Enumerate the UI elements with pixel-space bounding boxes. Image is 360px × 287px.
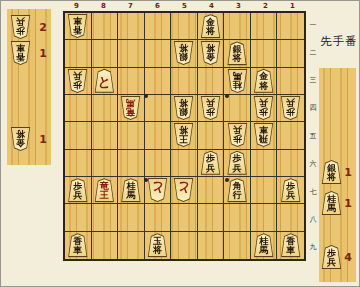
board-cell-1三[interactable] (277, 68, 304, 95)
sente-piece-金将[interactable]: 金将 (253, 69, 274, 93)
piece-kanji: と (94, 69, 115, 93)
piece-kanji: 玉将 (147, 233, 168, 257)
board-cell-7一[interactable] (118, 13, 145, 40)
rank-label-九: 九 (306, 233, 320, 261)
sente-hand-桂馬[interactable]: 桂馬1 (319, 191, 356, 215)
piece-kanji: 香車 (280, 233, 301, 257)
board-cell-9四[interactable] (65, 95, 92, 122)
rank-label-七: 七 (306, 178, 320, 206)
piece-kanji: 桂馬 (321, 191, 342, 215)
piece-kanji: 金将 (253, 69, 274, 93)
piece-kanji: 歩兵 (280, 96, 301, 120)
board-cell-6五[interactable] (145, 122, 172, 149)
gote-piece-香車[interactable]: 香車 (10, 41, 31, 65)
piece-kanji: 歩兵 (280, 178, 301, 202)
board-cell-6四[interactable] (145, 95, 172, 122)
board-cell-8四[interactable] (92, 95, 119, 122)
gote-hand-tray: 歩兵2香車1金将1 (7, 9, 51, 165)
board-cell-1六[interactable] (277, 150, 304, 177)
gote-piece-歩兵[interactable]: 歩兵 (280, 96, 301, 120)
file-label-4: 4 (198, 1, 225, 11)
piece-kanji: 飛車 (253, 123, 274, 147)
sente-piece-銀将[interactable]: 銀将 (227, 41, 248, 65)
piece-kanji: 銀将 (173, 96, 194, 120)
gote-piece-王将[interactable]: 王将 (173, 123, 194, 147)
board-cell-5八[interactable] (171, 204, 198, 231)
board-cell-9八[interactable] (65, 204, 92, 231)
board-cell-7三[interactable] (118, 68, 145, 95)
board-cell-2五[interactable]: 飛車 (251, 122, 278, 149)
piece-kanji: 歩兵 (67, 69, 88, 93)
board-cell-2九[interactable]: 桂馬 (251, 232, 278, 259)
hoshi-dot (225, 94, 229, 98)
board-cell-4四[interactable]: 歩兵 (198, 95, 225, 122)
sente-piece-桂馬[interactable]: 桂馬 (120, 178, 141, 202)
board-cell-7七[interactable]: 桂馬 (118, 177, 145, 204)
board-cell-1八[interactable] (277, 204, 304, 231)
piece-kanji: 歩兵 (67, 178, 88, 202)
gote-piece-銀将[interactable]: 銀将 (173, 41, 194, 65)
board-cell-6六[interactable] (145, 150, 172, 177)
file-label-1: 1 (279, 1, 306, 11)
piece-kanji: 香車 (67, 233, 88, 257)
sente-piece-歩兵[interactable]: 歩兵 (67, 178, 88, 202)
gote-piece-竜馬[interactable]: 竜馬 (120, 96, 141, 120)
board-cell-3二[interactable]: 銀将 (224, 40, 251, 67)
piece-kanji: 香車 (10, 41, 31, 65)
gote-piece-歩兵[interactable]: 歩兵 (10, 15, 31, 39)
board-cell-9二[interactable] (65, 40, 92, 67)
board-cell-8七[interactable]: 竜王 (92, 177, 119, 204)
board-cell-2一[interactable] (251, 13, 278, 40)
board-cell-2六[interactable] (251, 150, 278, 177)
sente-hand-count-銀将: 1 (344, 166, 356, 179)
board-cell-3五[interactable]: 歩兵 (224, 122, 251, 149)
sente-piece-歩兵[interactable]: 歩兵 (227, 151, 248, 175)
gote-piece-歩兵[interactable]: 歩兵 (227, 123, 248, 147)
gote-piece-と[interactable]: と (173, 178, 194, 202)
board-cell-8一[interactable] (92, 13, 119, 40)
board-cell-5六[interactable] (171, 150, 198, 177)
board-cell-5七[interactable]: と (171, 177, 198, 204)
rank-label-四: 四 (306, 94, 320, 122)
board-cell-3三[interactable]: 桂馬 (224, 68, 251, 95)
board-cell-9一[interactable]: 香車 (65, 13, 92, 40)
gote-piece-桂馬[interactable]: 桂馬 (227, 69, 248, 93)
gote-hand-count-歩兵: 2 (39, 21, 51, 34)
board-cell-4五[interactable] (198, 122, 225, 149)
board-cell-6九[interactable]: 玉将 (145, 232, 172, 259)
sente-piece-と[interactable]: と (94, 69, 115, 93)
board-cell-8六[interactable] (92, 150, 119, 177)
sente-hand-銀将[interactable]: 銀将1 (319, 160, 356, 184)
piece-kanji: 金将 (200, 41, 221, 65)
sente-hand-歩兵[interactable]: 歩兵4 (319, 245, 356, 269)
piece-kanji: と (173, 178, 194, 202)
hoshi-dot (144, 178, 148, 182)
board-cell-4七[interactable] (198, 177, 225, 204)
rank-label-三: 三 (306, 67, 320, 95)
board-cell-1四[interactable]: 歩兵 (277, 95, 304, 122)
piece-kanji: 金将 (200, 14, 221, 38)
board-cell-5三[interactable] (171, 68, 198, 95)
gote-piece-歩兵[interactable]: 歩兵 (253, 96, 274, 120)
board-cell-9三[interactable]: 歩兵 (65, 68, 92, 95)
gote-hand-count-金将: 1 (39, 133, 51, 146)
board-cell-5五[interactable]: 王将 (171, 122, 198, 149)
board-cell-3一[interactable] (224, 13, 251, 40)
sente-piece-香車[interactable]: 香車 (280, 233, 301, 257)
sente-hand-count-桂馬: 1 (344, 197, 356, 210)
board-cell-9七[interactable]: 歩兵 (65, 177, 92, 204)
board-cell-6八[interactable] (145, 204, 172, 231)
board-cell-7二[interactable] (118, 40, 145, 67)
piece-kanji: 金将 (10, 127, 31, 151)
piece-kanji: 竜馬 (120, 96, 141, 120)
gote-piece-香車[interactable]: 香車 (67, 14, 88, 38)
board-cell-5四[interactable]: 銀将 (171, 95, 198, 122)
board-cell-3八[interactable] (224, 204, 251, 231)
board-cell-4二[interactable]: 金将 (198, 40, 225, 67)
board-cell-5九[interactable] (171, 232, 198, 259)
board-cell-9九[interactable]: 香車 (65, 232, 92, 259)
piece-kanji: 歩兵 (200, 151, 221, 175)
board-cell-2四[interactable]: 歩兵 (251, 95, 278, 122)
rank-label-六: 六 (306, 150, 320, 178)
hoshi-dot (225, 178, 229, 182)
board-cell-5一[interactable] (171, 13, 198, 40)
board-cell-3九[interactable] (224, 232, 251, 259)
piece-kanji: と (147, 178, 168, 202)
file-labels: 987654321 (63, 1, 306, 11)
file-label-9: 9 (63, 1, 90, 11)
board-cell-7九[interactable] (118, 232, 145, 259)
sente-piece-歩兵[interactable]: 歩兵 (280, 178, 301, 202)
board-cell-7六[interactable] (118, 150, 145, 177)
board-cell-6二[interactable] (145, 40, 172, 67)
board-cell-6一[interactable] (145, 13, 172, 40)
file-label-6: 6 (144, 1, 171, 11)
board-cell-3六[interactable]: 歩兵 (224, 150, 251, 177)
board-cell-8八[interactable] (92, 204, 119, 231)
board-cell-4六[interactable]: 歩兵 (198, 150, 225, 177)
gote-piece-飛車[interactable]: 飛車 (253, 123, 274, 147)
gote-piece-銀将[interactable]: 銀将 (173, 96, 194, 120)
rank-label-八: 八 (306, 205, 320, 233)
board-cell-6三[interactable] (145, 68, 172, 95)
board-cell-7四[interactable]: 竜馬 (118, 95, 145, 122)
sente-piece-玉将[interactable]: 玉将 (147, 233, 168, 257)
piece-kanji: 竜王 (94, 178, 115, 202)
piece-kanji: 桂馬 (253, 233, 274, 257)
piece-kanji: 桂馬 (120, 178, 141, 202)
board-cell-8五[interactable] (92, 122, 119, 149)
file-label-3: 3 (225, 1, 252, 11)
sente-hand-count-歩兵: 4 (344, 251, 356, 264)
sente-piece-桂馬[interactable]: 桂馬 (253, 233, 274, 257)
gote-hand-香車[interactable]: 香車1 (7, 41, 51, 65)
board-cell-4一[interactable]: 金将 (198, 13, 225, 40)
piece-kanji: 歩兵 (200, 96, 221, 120)
gote-hand-歩兵[interactable]: 歩兵2 (7, 15, 51, 39)
gote-piece-金将[interactable]: 金将 (10, 127, 31, 151)
sente-piece-桂馬[interactable]: 桂馬 (321, 191, 342, 215)
hoshi-dot (144, 94, 148, 98)
gote-piece-歩兵[interactable]: 歩兵 (67, 69, 88, 93)
piece-kanji: 歩兵 (321, 245, 342, 269)
piece-kanji: 角行 (227, 178, 248, 202)
sente-piece-歩兵[interactable]: 歩兵 (200, 151, 221, 175)
gote-piece-歩兵[interactable]: 歩兵 (200, 96, 221, 120)
sente-piece-香車[interactable]: 香車 (67, 233, 88, 257)
file-label-7: 7 (117, 1, 144, 11)
turn-indicator: 先手番 (317, 34, 360, 49)
board-cell-2八[interactable] (251, 204, 278, 231)
board-cell-9六[interactable] (65, 150, 92, 177)
board-cell-2七[interactable] (251, 177, 278, 204)
rank-label-五: 五 (306, 122, 320, 150)
piece-kanji: 歩兵 (10, 15, 31, 39)
gote-piece-金将[interactable]: 金将 (200, 41, 221, 65)
piece-kanji: 銀将 (321, 160, 342, 184)
board-cell-4九[interactable] (198, 232, 225, 259)
board-cell-2二[interactable] (251, 40, 278, 67)
board-cell-3四[interactable] (224, 95, 251, 122)
board-cell-9五[interactable] (65, 122, 92, 149)
board-cell-4三[interactable] (198, 68, 225, 95)
file-label-2: 2 (252, 1, 279, 11)
board-cell-1九[interactable]: 香車 (277, 232, 304, 259)
board-cell-8三[interactable]: と (92, 68, 119, 95)
board-cell-1一[interactable] (277, 13, 304, 40)
board-cell-5二[interactable]: 銀将 (171, 40, 198, 67)
board-cell-8九[interactable] (92, 232, 119, 259)
gote-hand-金将[interactable]: 金将1 (7, 127, 51, 151)
board-cell-7五[interactable] (118, 122, 145, 149)
piece-kanji: 銀将 (173, 41, 194, 65)
sente-piece-歩兵[interactable]: 歩兵 (321, 245, 342, 269)
shogi-diagram: 987654321 一二三四五六七八九 香車金将銀将金将銀将歩兵と桂馬金将竜馬銀… (0, 0, 360, 287)
piece-kanji: 歩兵 (253, 96, 274, 120)
board-cell-1七[interactable]: 歩兵 (277, 177, 304, 204)
board-cell-7八[interactable] (118, 204, 145, 231)
sente-hand-tray: 銀将1桂馬1歩兵4 (319, 68, 356, 282)
board-cell-8二[interactable] (92, 40, 119, 67)
board-cell-2三[interactable]: 金将 (251, 68, 278, 95)
piece-kanji: 歩兵 (227, 123, 248, 147)
piece-kanji: 歩兵 (227, 151, 248, 175)
piece-kanji: 王将 (173, 123, 194, 147)
sente-piece-金将[interactable]: 金将 (200, 14, 221, 38)
board-cell-1五[interactable] (277, 122, 304, 149)
file-label-8: 8 (90, 1, 117, 11)
board-cell-1二[interactable] (277, 40, 304, 67)
piece-kanji: 桂馬 (227, 69, 248, 93)
shogi-board: 香車金将銀将金将銀将歩兵と桂馬金将竜馬銀将歩兵歩兵歩兵王将歩兵飛車歩兵歩兵歩兵竜… (63, 11, 306, 261)
piece-kanji: 香車 (67, 14, 88, 38)
sente-piece-角行[interactable]: 角行 (227, 178, 248, 202)
sente-piece-竜王[interactable]: 竜王 (94, 178, 115, 202)
gote-hand-count-香車: 1 (39, 47, 51, 60)
board-cell-4八[interactable] (198, 204, 225, 231)
sente-piece-銀将[interactable]: 銀将 (321, 160, 342, 184)
piece-kanji: 銀将 (227, 41, 248, 65)
board-cell-6七[interactable]: と (145, 177, 172, 204)
gote-piece-と[interactable]: と (147, 178, 168, 202)
file-label-5: 5 (171, 1, 198, 11)
